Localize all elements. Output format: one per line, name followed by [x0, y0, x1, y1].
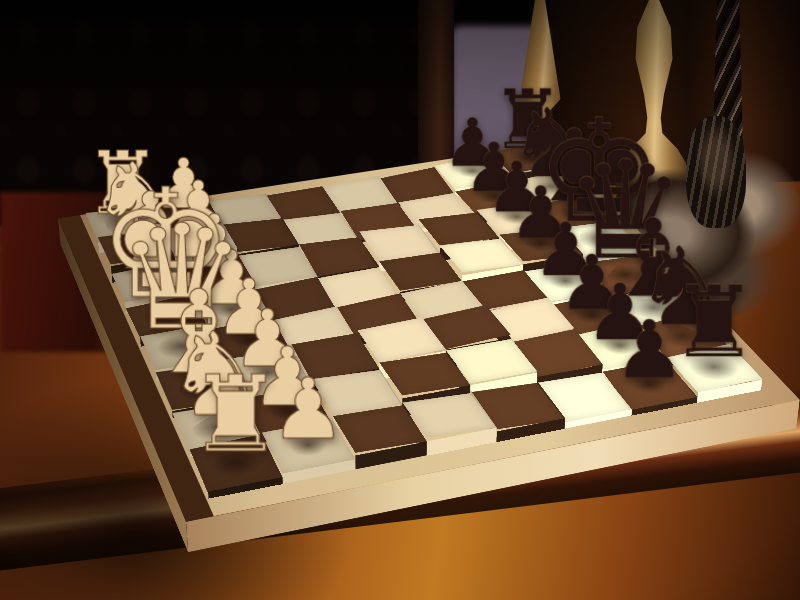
- board-perspective-scene: ♜♟♟♜♞♟♟♞♝♟♟♝♚♟♟♚♛♟♟♛♝♟♟♝♞♟♟♞♜♟♟♜: [0, 0, 800, 600]
- piece-white-rook[interactable]: ♜: [188, 362, 283, 468]
- photo-scene: ♜♟♟♜♞♟♟♞♝♟♟♝♚♟♟♚♛♟♟♛♝♟♟♝♞♟♟♞♜♟♟♜: [0, 0, 800, 600]
- piece-black-pawn[interactable]: ♟: [614, 309, 686, 389]
- chess-board: ♜♟♟♜♞♟♟♞♝♟♟♝♚♟♟♚♛♟♟♛♝♟♟♝♞♟♟♞♜♟♟♜: [58, 143, 800, 522]
